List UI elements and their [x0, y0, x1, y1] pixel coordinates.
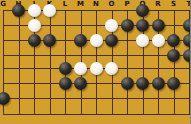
stone-black-L5[interactable]	[59, 62, 72, 75]
stone-white-M5[interactable]	[74, 62, 87, 75]
stone-black-R2[interactable]	[152, 19, 165, 32]
stone-white-R3[interactable]	[152, 34, 165, 47]
stone-black-H1[interactable]	[12, 4, 25, 17]
stone-white-O5[interactable]	[105, 62, 118, 75]
stone-black-G7[interactable]	[0, 92, 10, 105]
stone-black-T3[interactable]	[183, 34, 191, 47]
column-label-R: R	[155, 0, 160, 9]
stone-black-P6[interactable]	[121, 77, 134, 90]
go-board[interactable]: GHJKLMNOPQRST	[0, 0, 190, 124]
stone-white-J1[interactable]	[28, 4, 41, 17]
grid-line-horizontal	[3, 55, 190, 56]
stone-black-Q6[interactable]	[136, 77, 149, 90]
stone-black-S6[interactable]	[167, 77, 180, 90]
stone-white-K1[interactable]	[43, 4, 56, 17]
column-label-L: L	[63, 0, 67, 9]
stone-black-T4[interactable]	[183, 49, 191, 62]
stone-black-S4[interactable]	[167, 49, 180, 62]
stone-white-N3[interactable]	[90, 34, 103, 47]
column-label-P: P	[124, 0, 129, 9]
stone-black-T2[interactable]	[183, 19, 191, 32]
stone-black-K3[interactable]	[43, 34, 56, 47]
stone-black-J3[interactable]	[28, 34, 41, 47]
stone-black-S3[interactable]	[167, 34, 180, 47]
column-label-T: T	[187, 0, 190, 9]
column-label-S: S	[171, 0, 176, 9]
stone-black-Q2[interactable]	[136, 19, 149, 32]
stone-black-R6[interactable]	[152, 77, 165, 90]
stone-white-O2[interactable]	[105, 19, 118, 32]
grid-line-horizontal	[3, 114, 190, 115]
stone-black-M6[interactable]	[74, 77, 87, 90]
column-label-N: N	[93, 0, 99, 9]
grid-line-horizontal	[3, 98, 190, 99]
stone-black-L6[interactable]	[59, 77, 72, 90]
stone-white-Q3[interactable]	[136, 34, 149, 47]
stone-white-N5[interactable]	[90, 62, 103, 75]
stone-black-M3[interactable]	[74, 34, 87, 47]
column-label-G: G	[0, 0, 6, 9]
column-label-O: O	[109, 0, 115, 9]
column-label-M: M	[77, 0, 84, 9]
stone-white-J2[interactable]	[28, 19, 41, 32]
stone-black-Q1[interactable]	[136, 4, 149, 17]
stone-black-O3[interactable]	[105, 34, 118, 47]
stone-black-P2[interactable]	[121, 19, 134, 32]
